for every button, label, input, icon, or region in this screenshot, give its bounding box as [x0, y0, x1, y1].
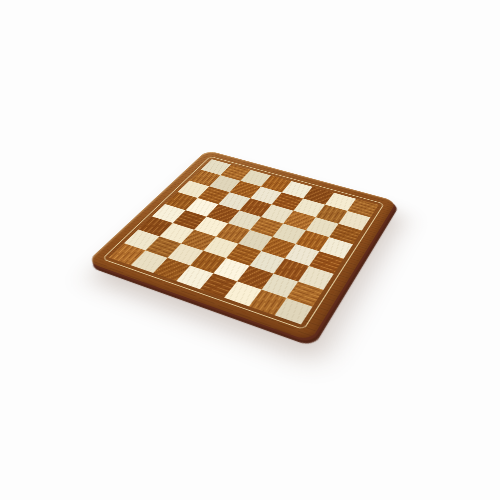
chess-board: [87, 150, 397, 341]
photo-background: [0, 0, 500, 500]
playing-area: [109, 159, 379, 324]
